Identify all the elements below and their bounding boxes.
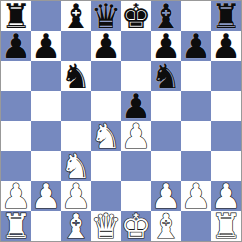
square-g4[interactable]: [181, 121, 211, 151]
piece-black-knight-c6[interactable]: ♞: [61, 61, 91, 91]
square-c6[interactable]: ♞: [61, 61, 91, 91]
piece-white-king-e1[interactable]: ♚: [121, 211, 151, 241]
square-h4[interactable]: [211, 121, 241, 151]
square-g5[interactable]: [181, 91, 211, 121]
square-c8[interactable]: ♝: [61, 1, 91, 31]
piece-black-pawn-a7[interactable]: ♟: [1, 31, 31, 61]
square-d7[interactable]: ♟: [91, 31, 121, 61]
piece-black-pawn-b7[interactable]: ♟: [31, 31, 61, 61]
piece-black-pawn-h7[interactable]: ♟: [211, 31, 241, 61]
piece-white-queen-d1[interactable]: ♛: [91, 211, 121, 241]
piece-white-pawn-e4[interactable]: ♟: [121, 121, 151, 151]
square-b5[interactable]: [31, 91, 61, 121]
square-e8[interactable]: ♚: [121, 1, 151, 31]
piece-black-bishop-c8[interactable]: ♝: [61, 1, 91, 31]
chess-board-wrapper: ♜♝♛♚♝♜♟♟♟♟♟♟♞♞♟♞♟♞♟♟♟♟♟♟♜♝♛♚♝♜: [0, 0, 242, 242]
square-a7[interactable]: ♟: [1, 31, 31, 61]
chess-board: ♜♝♛♚♝♜♟♟♟♟♟♟♞♞♟♞♟♞♟♟♟♟♟♟♜♝♛♚♝♜: [0, 0, 242, 242]
square-b2[interactable]: ♟: [31, 181, 61, 211]
square-g2[interactable]: ♟: [181, 181, 211, 211]
square-a4[interactable]: [1, 121, 31, 151]
square-e1[interactable]: ♚: [121, 211, 151, 241]
piece-white-pawn-b2[interactable]: ♟: [31, 181, 61, 211]
piece-white-rook-h1[interactable]: ♜: [211, 211, 241, 241]
piece-black-pawn-g7[interactable]: ♟: [181, 31, 211, 61]
piece-white-bishop-f1[interactable]: ♝: [151, 211, 181, 241]
square-b7[interactable]: ♟: [31, 31, 61, 61]
square-h5[interactable]: [211, 91, 241, 121]
square-f4[interactable]: [151, 121, 181, 151]
piece-black-king-e8[interactable]: ♚: [121, 1, 151, 31]
piece-black-knight-f6[interactable]: ♞: [151, 61, 181, 91]
square-a5[interactable]: [1, 91, 31, 121]
piece-white-rook-a1[interactable]: ♜: [1, 211, 31, 241]
square-e4[interactable]: ♟: [121, 121, 151, 151]
square-f6[interactable]: ♞: [151, 61, 181, 91]
piece-white-bishop-c1[interactable]: ♝: [61, 211, 91, 241]
square-g7[interactable]: ♟: [181, 31, 211, 61]
square-f1[interactable]: ♝: [151, 211, 181, 241]
square-d1[interactable]: ♛: [91, 211, 121, 241]
square-d4[interactable]: ♞: [91, 121, 121, 151]
square-a1[interactable]: ♜: [1, 211, 31, 241]
square-c1[interactable]: ♝: [61, 211, 91, 241]
square-b4[interactable]: [31, 121, 61, 151]
square-h7[interactable]: ♟: [211, 31, 241, 61]
piece-white-knight-d4[interactable]: ♞: [91, 121, 121, 151]
piece-black-pawn-d7[interactable]: ♟: [91, 31, 121, 61]
piece-white-pawn-g2[interactable]: ♟: [181, 181, 211, 211]
square-h1[interactable]: ♜: [211, 211, 241, 241]
